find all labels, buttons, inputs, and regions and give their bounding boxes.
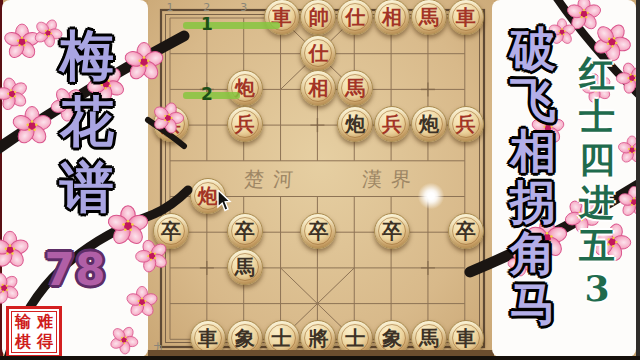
piece-black-炮[interactable]: 炮 <box>411 106 447 142</box>
piece-black-馬[interactable]: 馬 <box>227 249 263 285</box>
left-decor-panel: 梅花谱 78 输难棋得 <box>2 0 148 357</box>
piece-red-兵[interactable]: 兵 <box>153 106 189 142</box>
seal-characters: 输难棋得 <box>11 311 57 353</box>
piece-black-卒[interactable]: 卒 <box>448 213 484 249</box>
xiangqi-board[interactable]: 楚河 漢界 123九 車帥仕相馬車仕炮相馬兵兵炮兵炮兵炮卒卒卒卒卒馬車象士將士象… <box>148 0 494 356</box>
episode-number: 78 <box>2 244 148 295</box>
right-edge-strip <box>636 0 640 360</box>
seal-stamp: 输难棋得 <box>6 306 62 358</box>
river-label-chuhe: 楚河 <box>243 166 302 193</box>
piece-red-相[interactable]: 相 <box>374 0 410 35</box>
click-glow <box>418 183 444 209</box>
move-notation-text: 红士四进五3 <box>574 52 620 310</box>
piece-red-車[interactable]: 車 <box>448 0 484 35</box>
right-decor-panel: 破飞相拐角马 红士四进五3 <box>492 0 636 357</box>
subtitle-text: 破飞相拐角马 <box>504 24 562 330</box>
piece-red-仕[interactable]: 仕 <box>300 35 336 71</box>
piece-red-炮[interactable]: 炮 <box>227 70 263 106</box>
piece-red-兵[interactable]: 兵 <box>448 106 484 142</box>
piece-red-馬[interactable]: 馬 <box>411 0 447 35</box>
video-thumbnail: 楚河 漢界 123九 車帥仕相馬車仕炮相馬兵兵炮兵炮兵炮卒卒卒卒卒馬車象士將士象… <box>0 0 640 360</box>
piece-black-卒[interactable]: 卒 <box>227 213 263 249</box>
piece-red-兵[interactable]: 兵 <box>227 106 263 142</box>
piece-red-車[interactable]: 車 <box>264 0 300 35</box>
piece-black-卒[interactable]: 卒 <box>153 213 189 249</box>
bottom-edge-strip <box>0 356 640 360</box>
river-label-hanjie: 漢界 <box>361 166 420 193</box>
mouse-cursor <box>217 190 233 212</box>
series-title: 梅花谱 <box>50 22 124 220</box>
piece-red-兵[interactable]: 兵 <box>374 106 410 142</box>
